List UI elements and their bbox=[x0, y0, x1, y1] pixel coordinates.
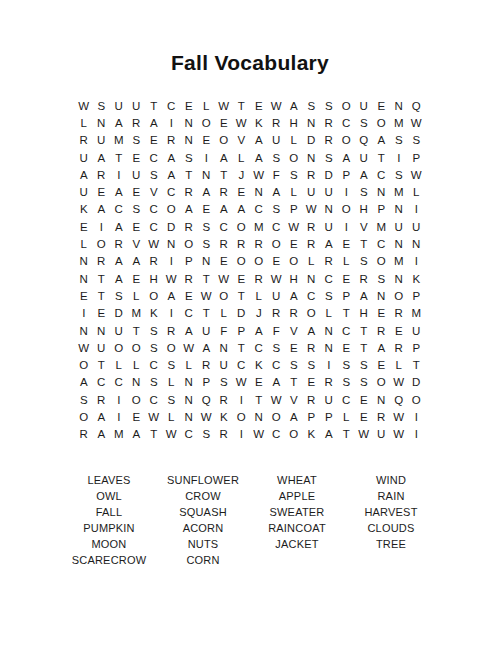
grid-cell[interactable]: A bbox=[180, 322, 198, 339]
grid-cell[interactable]: R bbox=[303, 235, 321, 252]
grid-cell[interactable]: W bbox=[198, 408, 216, 425]
grid-cell[interactable]: A bbox=[163, 166, 181, 183]
grid-cell[interactable]: A bbox=[93, 201, 111, 218]
grid-cell[interactable]: D bbox=[233, 305, 251, 322]
grid-cell[interactable]: O bbox=[390, 287, 408, 304]
grid-cell[interactable]: V bbox=[233, 132, 251, 149]
grid-cell[interactable]: R bbox=[145, 253, 163, 270]
grid-cell[interactable]: R bbox=[163, 132, 181, 149]
grid-cell[interactable]: A bbox=[338, 149, 356, 166]
grid-cell[interactable]: A bbox=[268, 374, 286, 391]
grid-cell[interactable]: O bbox=[285, 426, 303, 443]
grid-cell[interactable]: T bbox=[338, 305, 356, 322]
grid-cell[interactable]: I bbox=[163, 253, 181, 270]
grid-cell[interactable]: T bbox=[93, 356, 111, 373]
grid-cell[interactable]: N bbox=[250, 183, 268, 200]
grid-cell[interactable]: Q bbox=[198, 391, 216, 408]
grid-cell[interactable]: R bbox=[75, 426, 93, 443]
grid-cell[interactable]: C bbox=[338, 114, 356, 131]
grid-cell[interactable]: N bbox=[180, 374, 198, 391]
grid-cell[interactable]: T bbox=[338, 426, 356, 443]
grid-cell[interactable]: R bbox=[180, 218, 198, 235]
grid-cell[interactable]: O bbox=[285, 253, 303, 270]
grid-cell[interactable]: P bbox=[180, 253, 198, 270]
grid-cell[interactable]: E bbox=[75, 287, 93, 304]
grid-cell[interactable]: W bbox=[268, 270, 286, 287]
grid-cell[interactable]: N bbox=[93, 114, 111, 131]
grid-cell[interactable]: E bbox=[128, 408, 146, 425]
grid-cell[interactable]: W bbox=[408, 114, 426, 131]
grid-cell[interactable]: O bbox=[145, 287, 163, 304]
grid-cell[interactable]: O bbox=[110, 339, 128, 356]
grid-cell[interactable]: A bbox=[250, 132, 268, 149]
grid-cell[interactable]: M bbox=[110, 132, 128, 149]
grid-cell[interactable]: N bbox=[303, 270, 321, 287]
grid-cell[interactable]: C bbox=[110, 201, 128, 218]
grid-cell[interactable]: T bbox=[233, 339, 251, 356]
grid-cell[interactable]: E bbox=[93, 305, 111, 322]
grid-cell[interactable]: N bbox=[128, 374, 146, 391]
grid-cell[interactable]: R bbox=[180, 183, 198, 200]
grid-cell[interactable]: S bbox=[285, 166, 303, 183]
grid-cell[interactable]: S bbox=[145, 166, 163, 183]
grid-cell[interactable]: N bbox=[373, 287, 391, 304]
grid-cell[interactable]: R bbox=[215, 391, 233, 408]
grid-cell[interactable]: W bbox=[285, 218, 303, 235]
grid-cell[interactable]: A bbox=[355, 287, 373, 304]
grid-cell[interactable]: L bbox=[320, 305, 338, 322]
grid-cell[interactable]: A bbox=[215, 149, 233, 166]
grid-cell[interactable]: I bbox=[110, 391, 128, 408]
grid-cell[interactable]: T bbox=[145, 426, 163, 443]
grid-cell[interactable]: R bbox=[180, 270, 198, 287]
grid-cell[interactable]: U bbox=[408, 218, 426, 235]
grid-cell[interactable]: I bbox=[408, 253, 426, 270]
grid-cell[interactable]: D bbox=[110, 305, 128, 322]
grid-cell[interactable]: W bbox=[268, 391, 286, 408]
grid-cell[interactable]: T bbox=[355, 339, 373, 356]
grid-cell[interactable]: U bbox=[215, 356, 233, 373]
grid-cell[interactable]: E bbox=[268, 253, 286, 270]
grid-cell[interactable]: T bbox=[285, 374, 303, 391]
grid-cell[interactable]: O bbox=[303, 305, 321, 322]
grid-cell[interactable]: A bbox=[75, 166, 93, 183]
grid-cell[interactable]: C bbox=[268, 426, 286, 443]
grid-cell[interactable]: O bbox=[233, 218, 251, 235]
grid-cell[interactable]: W bbox=[215, 97, 233, 114]
grid-cell[interactable]: A bbox=[93, 426, 111, 443]
grid-cell[interactable]: S bbox=[180, 149, 198, 166]
grid-cell[interactable]: F bbox=[268, 166, 286, 183]
grid-cell[interactable]: N bbox=[320, 322, 338, 339]
grid-cell[interactable]: O bbox=[128, 339, 146, 356]
grid-cell[interactable]: W bbox=[408, 166, 426, 183]
grid-cell[interactable]: R bbox=[215, 183, 233, 200]
grid-cell[interactable]: O bbox=[338, 132, 356, 149]
grid-cell[interactable]: H bbox=[355, 201, 373, 218]
grid-cell[interactable]: W bbox=[303, 201, 321, 218]
grid-cell[interactable]: A bbox=[285, 287, 303, 304]
grid-cell[interactable]: M bbox=[250, 218, 268, 235]
grid-cell[interactable]: H bbox=[355, 305, 373, 322]
grid-cell[interactable]: C bbox=[145, 149, 163, 166]
grid-cell[interactable]: A bbox=[110, 270, 128, 287]
grid-cell[interactable]: A bbox=[163, 149, 181, 166]
grid-cell[interactable]: N bbox=[320, 339, 338, 356]
grid-cell[interactable]: O bbox=[93, 235, 111, 252]
grid-cell[interactable]: W bbox=[250, 426, 268, 443]
grid-cell[interactable]: T bbox=[128, 322, 146, 339]
grid-cell[interactable]: U bbox=[110, 322, 128, 339]
grid-cell[interactable]: W bbox=[163, 270, 181, 287]
grid-cell[interactable]: E bbox=[128, 183, 146, 200]
grid-cell[interactable]: R bbox=[373, 322, 391, 339]
grid-cell[interactable]: S bbox=[390, 132, 408, 149]
grid-cell[interactable]: N bbox=[373, 183, 391, 200]
grid-cell[interactable]: A bbox=[180, 201, 198, 218]
grid-cell[interactable]: N bbox=[215, 339, 233, 356]
grid-cell[interactable]: K bbox=[250, 356, 268, 373]
grid-cell[interactable]: Q bbox=[390, 391, 408, 408]
grid-cell[interactable]: S bbox=[110, 287, 128, 304]
grid-cell[interactable]: R bbox=[285, 305, 303, 322]
grid-cell[interactable]: R bbox=[215, 235, 233, 252]
grid-cell[interactable]: U bbox=[303, 183, 321, 200]
grid-cell[interactable]: N bbox=[373, 391, 391, 408]
grid-cell[interactable]: A bbox=[110, 114, 128, 131]
grid-cell[interactable]: E bbox=[285, 339, 303, 356]
grid-cell[interactable]: R bbox=[233, 235, 251, 252]
grid-cell[interactable]: S bbox=[338, 374, 356, 391]
grid-cell[interactable]: V bbox=[285, 391, 303, 408]
grid-cell[interactable]: O bbox=[373, 374, 391, 391]
grid-cell[interactable]: N bbox=[408, 235, 426, 252]
grid-cell[interactable]: R bbox=[268, 114, 286, 131]
grid-cell[interactable]: I bbox=[233, 426, 251, 443]
grid-cell[interactable]: S bbox=[355, 183, 373, 200]
grid-cell[interactable]: A bbox=[163, 287, 181, 304]
grid-cell[interactable]: A bbox=[110, 253, 128, 270]
grid-cell[interactable]: L bbox=[233, 149, 251, 166]
grid-cell[interactable]: W bbox=[145, 235, 163, 252]
grid-cell[interactable]: I bbox=[408, 408, 426, 425]
grid-cell[interactable]: R bbox=[110, 235, 128, 252]
grid-cell[interactable]: R bbox=[373, 408, 391, 425]
grid-cell[interactable]: S bbox=[128, 201, 146, 218]
grid-cell[interactable]: R bbox=[250, 235, 268, 252]
grid-cell[interactable]: A bbox=[110, 183, 128, 200]
grid-cell[interactable]: O bbox=[408, 391, 426, 408]
grid-cell[interactable]: S bbox=[408, 132, 426, 149]
grid-cell[interactable]: M bbox=[373, 218, 391, 235]
grid-cell[interactable]: A bbox=[268, 183, 286, 200]
grid-cell[interactable]: P bbox=[408, 339, 426, 356]
grid-cell[interactable]: C bbox=[373, 235, 391, 252]
grid-cell[interactable]: S bbox=[355, 374, 373, 391]
grid-cell[interactable]: E bbox=[233, 183, 251, 200]
grid-cell[interactable]: E bbox=[303, 374, 321, 391]
grid-cell[interactable]: L bbox=[180, 356, 198, 373]
grid-cell[interactable]: V bbox=[128, 235, 146, 252]
grid-cell[interactable]: O bbox=[75, 408, 93, 425]
grid-cell[interactable]: D bbox=[320, 166, 338, 183]
grid-cell[interactable]: N bbox=[75, 253, 93, 270]
grid-cell[interactable]: I bbox=[390, 149, 408, 166]
grid-cell[interactable]: L bbox=[285, 183, 303, 200]
grid-cell[interactable]: S bbox=[338, 356, 356, 373]
grid-cell[interactable]: C bbox=[180, 426, 198, 443]
grid-cell[interactable]: E bbox=[215, 114, 233, 131]
grid-cell[interactable]: O bbox=[338, 201, 356, 218]
grid-cell[interactable]: S bbox=[320, 149, 338, 166]
grid-cell[interactable]: D bbox=[303, 132, 321, 149]
grid-cell[interactable]: J bbox=[250, 305, 268, 322]
grid-cell[interactable]: C bbox=[180, 305, 198, 322]
grid-cell[interactable]: A bbox=[320, 235, 338, 252]
grid-cell[interactable]: N bbox=[93, 322, 111, 339]
grid-cell[interactable]: N bbox=[390, 201, 408, 218]
grid-cell[interactable]: U bbox=[355, 149, 373, 166]
grid-cell[interactable]: Q bbox=[408, 97, 426, 114]
grid-cell[interactable]: C bbox=[145, 391, 163, 408]
grid-cell[interactable]: U bbox=[408, 322, 426, 339]
grid-cell[interactable]: C bbox=[338, 322, 356, 339]
grid-cell[interactable]: O bbox=[268, 408, 286, 425]
grid-cell[interactable]: S bbox=[320, 97, 338, 114]
grid-cell[interactable]: L bbox=[128, 287, 146, 304]
grid-cell[interactable]: A bbox=[128, 426, 146, 443]
grid-cell[interactable]: I bbox=[110, 408, 128, 425]
grid-cell[interactable]: O bbox=[180, 235, 198, 252]
grid-cell[interactable]: U bbox=[268, 287, 286, 304]
grid-cell[interactable]: E bbox=[373, 356, 391, 373]
grid-cell[interactable]: N bbox=[198, 253, 216, 270]
grid-cell[interactable]: S bbox=[163, 356, 181, 373]
grid-cell[interactable]: E bbox=[373, 305, 391, 322]
grid-cell[interactable]: S bbox=[128, 132, 146, 149]
grid-cell[interactable]: N bbox=[180, 132, 198, 149]
grid-cell[interactable]: N bbox=[250, 408, 268, 425]
grid-cell[interactable]: O bbox=[233, 408, 251, 425]
grid-cell[interactable]: L bbox=[75, 235, 93, 252]
grid-cell[interactable]: I bbox=[163, 114, 181, 131]
grid-cell[interactable]: A bbox=[250, 149, 268, 166]
grid-cell[interactable]: A bbox=[93, 149, 111, 166]
grid-cell[interactable]: T bbox=[93, 270, 111, 287]
grid-cell[interactable]: L bbox=[163, 408, 181, 425]
grid-cell[interactable]: P bbox=[233, 322, 251, 339]
grid-cell[interactable]: W bbox=[75, 339, 93, 356]
grid-cell[interactable]: S bbox=[198, 218, 216, 235]
grid-cell[interactable]: C bbox=[110, 374, 128, 391]
grid-cell[interactable]: R bbox=[320, 253, 338, 270]
grid-cell[interactable]: S bbox=[355, 253, 373, 270]
grid-cell[interactable]: U bbox=[268, 132, 286, 149]
grid-cell[interactable]: C bbox=[268, 356, 286, 373]
grid-cell[interactable]: U bbox=[320, 183, 338, 200]
grid-cell[interactable]: W bbox=[390, 426, 408, 443]
grid-cell[interactable]: S bbox=[268, 149, 286, 166]
grid-cell[interactable]: N bbox=[320, 201, 338, 218]
grid-cell[interactable]: C bbox=[145, 356, 163, 373]
grid-cell[interactable]: U bbox=[128, 97, 146, 114]
grid-cell[interactable]: T bbox=[355, 322, 373, 339]
grid-cell[interactable]: E bbox=[338, 339, 356, 356]
grid-cell[interactable]: E bbox=[180, 97, 198, 114]
grid-cell[interactable]: W bbox=[268, 97, 286, 114]
grid-cell[interactable]: T bbox=[198, 270, 216, 287]
grid-cell[interactable]: T bbox=[233, 97, 251, 114]
grid-cell[interactable]: R bbox=[250, 270, 268, 287]
grid-cell[interactable]: C bbox=[373, 166, 391, 183]
grid-cell[interactable]: S bbox=[303, 356, 321, 373]
grid-cell[interactable]: T bbox=[355, 235, 373, 252]
grid-cell[interactable]: V bbox=[355, 218, 373, 235]
grid-cell[interactable]: L bbox=[198, 97, 216, 114]
grid-cell[interactable]: A bbox=[320, 426, 338, 443]
grid-cell[interactable]: W bbox=[390, 374, 408, 391]
grid-cell[interactable]: U bbox=[93, 132, 111, 149]
grid-cell[interactable]: C bbox=[250, 339, 268, 356]
grid-cell[interactable]: U bbox=[128, 166, 146, 183]
grid-cell[interactable]: P bbox=[373, 201, 391, 218]
grid-cell[interactable]: H bbox=[285, 114, 303, 131]
grid-cell[interactable]: R bbox=[93, 391, 111, 408]
grid-cell[interactable]: U bbox=[320, 218, 338, 235]
grid-cell[interactable]: I bbox=[93, 218, 111, 235]
grid-cell[interactable]: E bbox=[338, 235, 356, 252]
grid-cell[interactable]: L bbox=[128, 356, 146, 373]
grid-cell[interactable]: E bbox=[75, 218, 93, 235]
grid-cell[interactable]: L bbox=[163, 374, 181, 391]
grid-cell[interactable]: R bbox=[93, 253, 111, 270]
grid-cell[interactable]: O bbox=[285, 149, 303, 166]
grid-cell[interactable]: N bbox=[163, 235, 181, 252]
grid-cell[interactable]: W bbox=[145, 408, 163, 425]
grid-cell[interactable]: A bbox=[198, 339, 216, 356]
grid-cell[interactable]: R bbox=[215, 426, 233, 443]
grid-cell[interactable]: C bbox=[215, 218, 233, 235]
grid-cell[interactable]: A bbox=[75, 374, 93, 391]
grid-cell[interactable]: C bbox=[303, 287, 321, 304]
grid-cell[interactable]: A bbox=[285, 408, 303, 425]
grid-cell[interactable]: S bbox=[268, 339, 286, 356]
grid-cell[interactable]: O bbox=[75, 356, 93, 373]
grid-cell[interactable]: D bbox=[163, 218, 181, 235]
grid-cell[interactable]: R bbox=[303, 339, 321, 356]
grid-cell[interactable]: L bbox=[285, 132, 303, 149]
grid-cell[interactable]: F bbox=[268, 322, 286, 339]
grid-cell[interactable]: T bbox=[373, 149, 391, 166]
grid-cell[interactable]: M bbox=[390, 183, 408, 200]
grid-cell[interactable]: W bbox=[180, 339, 198, 356]
grid-cell[interactable]: T bbox=[110, 149, 128, 166]
grid-cell[interactable]: R bbox=[303, 218, 321, 235]
grid-cell[interactable]: T bbox=[233, 287, 251, 304]
grid-cell[interactable]: C bbox=[268, 218, 286, 235]
grid-cell[interactable]: W bbox=[198, 287, 216, 304]
grid-cell[interactable]: N bbox=[390, 235, 408, 252]
grid-cell[interactable]: P bbox=[408, 149, 426, 166]
grid-cell[interactable]: C bbox=[163, 183, 181, 200]
grid-cell[interactable]: O bbox=[163, 339, 181, 356]
grid-cell[interactable]: S bbox=[320, 287, 338, 304]
grid-cell[interactable]: U bbox=[373, 426, 391, 443]
grid-cell[interactable]: S bbox=[373, 270, 391, 287]
grid-cell[interactable]: S bbox=[198, 426, 216, 443]
grid-cell[interactable]: M bbox=[408, 305, 426, 322]
grid-cell[interactable]: A bbox=[215, 201, 233, 218]
grid-cell[interactable]: C bbox=[145, 218, 163, 235]
grid-cell[interactable]: I bbox=[110, 166, 128, 183]
grid-cell[interactable]: U bbox=[110, 97, 128, 114]
grid-cell[interactable]: R bbox=[390, 339, 408, 356]
grid-cell[interactable]: A bbox=[233, 201, 251, 218]
grid-cell[interactable]: O bbox=[233, 253, 251, 270]
grid-cell[interactable]: N bbox=[390, 270, 408, 287]
grid-cell[interactable]: P bbox=[198, 374, 216, 391]
grid-cell[interactable]: E bbox=[250, 374, 268, 391]
grid-cell[interactable]: S bbox=[268, 201, 286, 218]
grid-cell[interactable]: L bbox=[215, 305, 233, 322]
grid-cell[interactable]: O bbox=[128, 391, 146, 408]
grid-cell[interactable]: C bbox=[233, 356, 251, 373]
grid-cell[interactable]: E bbox=[180, 287, 198, 304]
grid-cell[interactable]: R bbox=[163, 322, 181, 339]
grid-cell[interactable]: N bbox=[198, 166, 216, 183]
grid-cell[interactable]: Q bbox=[355, 132, 373, 149]
grid-cell[interactable]: W bbox=[233, 374, 251, 391]
grid-cell[interactable]: S bbox=[215, 374, 233, 391]
grid-cell[interactable]: A bbox=[145, 114, 163, 131]
grid-cell[interactable]: O bbox=[268, 235, 286, 252]
grid-cell[interactable]: L bbox=[408, 183, 426, 200]
grid-cell[interactable]: N bbox=[303, 149, 321, 166]
grid-cell[interactable]: P bbox=[338, 287, 356, 304]
grid-cell[interactable]: J bbox=[233, 166, 251, 183]
grid-cell[interactable]: A bbox=[110, 218, 128, 235]
grid-cell[interactable]: A bbox=[93, 408, 111, 425]
grid-cell[interactable]: E bbox=[145, 132, 163, 149]
grid-cell[interactable]: D bbox=[408, 374, 426, 391]
grid-cell[interactable]: R bbox=[198, 356, 216, 373]
grid-cell[interactable]: N bbox=[75, 322, 93, 339]
grid-cell[interactable]: S bbox=[355, 356, 373, 373]
grid-cell[interactable]: E bbox=[390, 322, 408, 339]
grid-cell[interactable]: P bbox=[320, 408, 338, 425]
grid-cell[interactable]: P bbox=[408, 287, 426, 304]
grid-cell[interactable]: I bbox=[408, 426, 426, 443]
grid-cell[interactable]: O bbox=[163, 201, 181, 218]
grid-cell[interactable]: R bbox=[303, 166, 321, 183]
grid-cell[interactable]: E bbox=[128, 270, 146, 287]
grid-cell[interactable]: A bbox=[285, 97, 303, 114]
grid-cell[interactable]: L bbox=[338, 408, 356, 425]
grid-cell[interactable]: U bbox=[320, 391, 338, 408]
grid-cell[interactable]: L bbox=[303, 253, 321, 270]
grid-cell[interactable]: R bbox=[93, 166, 111, 183]
grid-cell[interactable]: K bbox=[408, 270, 426, 287]
grid-cell[interactable]: H bbox=[145, 270, 163, 287]
grid-cell[interactable]: S bbox=[145, 339, 163, 356]
grid-cell[interactable]: S bbox=[93, 97, 111, 114]
grid-cell[interactable]: L bbox=[75, 114, 93, 131]
grid-cell[interactable]: M bbox=[110, 426, 128, 443]
grid-cell[interactable]: T bbox=[145, 97, 163, 114]
grid-cell[interactable]: R bbox=[390, 305, 408, 322]
grid-cell[interactable]: I bbox=[233, 391, 251, 408]
grid-cell[interactable]: R bbox=[303, 391, 321, 408]
